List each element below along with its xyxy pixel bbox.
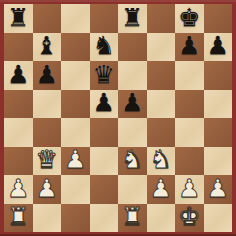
black-pawn-piece: ♟: [121, 90, 143, 115]
square-c4[interactable]: [61, 118, 90, 147]
square-c1[interactable]: [61, 204, 90, 233]
square-b6[interactable]: ♟: [33, 61, 62, 90]
square-h7[interactable]: ♟: [204, 33, 233, 62]
board-frame: ♜♜♚♝♞♟♟♟♟♛♟♟♛♟♞♞♟♟♟♟♟♜♜♚: [0, 0, 236, 236]
square-h5[interactable]: [204, 90, 233, 119]
square-d1[interactable]: [90, 204, 119, 233]
white-knight-piece: ♞: [121, 147, 143, 172]
black-pawn-piece: ♟: [93, 90, 115, 115]
square-f1[interactable]: [147, 204, 176, 233]
black-knight-piece: ♞: [93, 33, 115, 58]
square-h3[interactable]: [204, 147, 233, 176]
square-f6[interactable]: [147, 61, 176, 90]
square-c2[interactable]: [61, 175, 90, 204]
square-e3[interactable]: ♞: [118, 147, 147, 176]
square-c3[interactable]: ♟: [61, 147, 90, 176]
square-b8[interactable]: [33, 4, 62, 33]
square-c6[interactable]: [61, 61, 90, 90]
black-queen-piece: ♛: [93, 62, 115, 87]
square-g3[interactable]: [175, 147, 204, 176]
square-a7[interactable]: [4, 33, 33, 62]
square-e6[interactable]: [118, 61, 147, 90]
square-e4[interactable]: [118, 118, 147, 147]
square-f2[interactable]: ♟: [147, 175, 176, 204]
square-g4[interactable]: [175, 118, 204, 147]
square-d7[interactable]: ♞: [90, 33, 119, 62]
square-g1[interactable]: ♚: [175, 204, 204, 233]
square-g7[interactable]: ♟: [175, 33, 204, 62]
white-queen-piece: ♛: [36, 147, 58, 172]
square-f5[interactable]: [147, 90, 176, 119]
square-e7[interactable]: [118, 33, 147, 62]
black-king-piece: ♚: [178, 5, 200, 30]
square-h4[interactable]: [204, 118, 233, 147]
square-f8[interactable]: [147, 4, 176, 33]
square-a3[interactable]: [4, 147, 33, 176]
black-pawn-piece: ♟: [178, 33, 200, 58]
square-b4[interactable]: [33, 118, 62, 147]
square-b2[interactable]: ♟: [33, 175, 62, 204]
square-b7[interactable]: ♝: [33, 33, 62, 62]
square-g6[interactable]: [175, 61, 204, 90]
square-a1[interactable]: ♜: [4, 204, 33, 233]
square-a8[interactable]: ♜: [4, 4, 33, 33]
white-king-piece: ♚: [178, 204, 200, 229]
black-rook-piece: ♜: [121, 5, 143, 30]
square-g8[interactable]: ♚: [175, 4, 204, 33]
black-pawn-piece: ♟: [207, 33, 229, 58]
black-bishop-piece: ♝: [36, 33, 58, 58]
square-a2[interactable]: ♟: [4, 175, 33, 204]
square-h8[interactable]: [204, 4, 233, 33]
square-h6[interactable]: [204, 61, 233, 90]
white-pawn-piece: ♟: [178, 176, 200, 201]
square-d6[interactable]: ♛: [90, 61, 119, 90]
square-f3[interactable]: ♞: [147, 147, 176, 176]
square-e8[interactable]: ♜: [118, 4, 147, 33]
square-c8[interactable]: [61, 4, 90, 33]
white-pawn-piece: ♟: [207, 176, 229, 201]
square-b3[interactable]: ♛: [33, 147, 62, 176]
square-h2[interactable]: ♟: [204, 175, 233, 204]
white-pawn-piece: ♟: [7, 176, 29, 201]
square-a4[interactable]: [4, 118, 33, 147]
square-f4[interactable]: [147, 118, 176, 147]
white-rook-piece: ♜: [121, 204, 143, 229]
white-pawn-piece: ♟: [150, 176, 172, 201]
square-b5[interactable]: [33, 90, 62, 119]
square-e2[interactable]: [118, 175, 147, 204]
square-d2[interactable]: [90, 175, 119, 204]
black-rook-piece: ♜: [7, 5, 29, 30]
square-f7[interactable]: [147, 33, 176, 62]
black-pawn-piece: ♟: [36, 62, 58, 87]
square-e5[interactable]: ♟: [118, 90, 147, 119]
white-pawn-piece: ♟: [36, 176, 58, 201]
chess-board: ♜♜♚♝♞♟♟♟♟♛♟♟♛♟♞♞♟♟♟♟♟♜♜♚: [4, 4, 232, 232]
square-d4[interactable]: [90, 118, 119, 147]
square-g2[interactable]: ♟: [175, 175, 204, 204]
black-pawn-piece: ♟: [7, 62, 29, 87]
square-a5[interactable]: [4, 90, 33, 119]
square-d8[interactable]: [90, 4, 119, 33]
square-h1[interactable]: [204, 204, 233, 233]
square-d5[interactable]: ♟: [90, 90, 119, 119]
square-g5[interactable]: [175, 90, 204, 119]
square-a6[interactable]: ♟: [4, 61, 33, 90]
white-pawn-piece: ♟: [64, 147, 86, 172]
square-c5[interactable]: [61, 90, 90, 119]
white-rook-piece: ♜: [7, 204, 29, 229]
square-b1[interactable]: [33, 204, 62, 233]
white-knight-piece: ♞: [150, 147, 172, 172]
square-c7[interactable]: [61, 33, 90, 62]
square-e1[interactable]: ♜: [118, 204, 147, 233]
square-d3[interactable]: [90, 147, 119, 176]
